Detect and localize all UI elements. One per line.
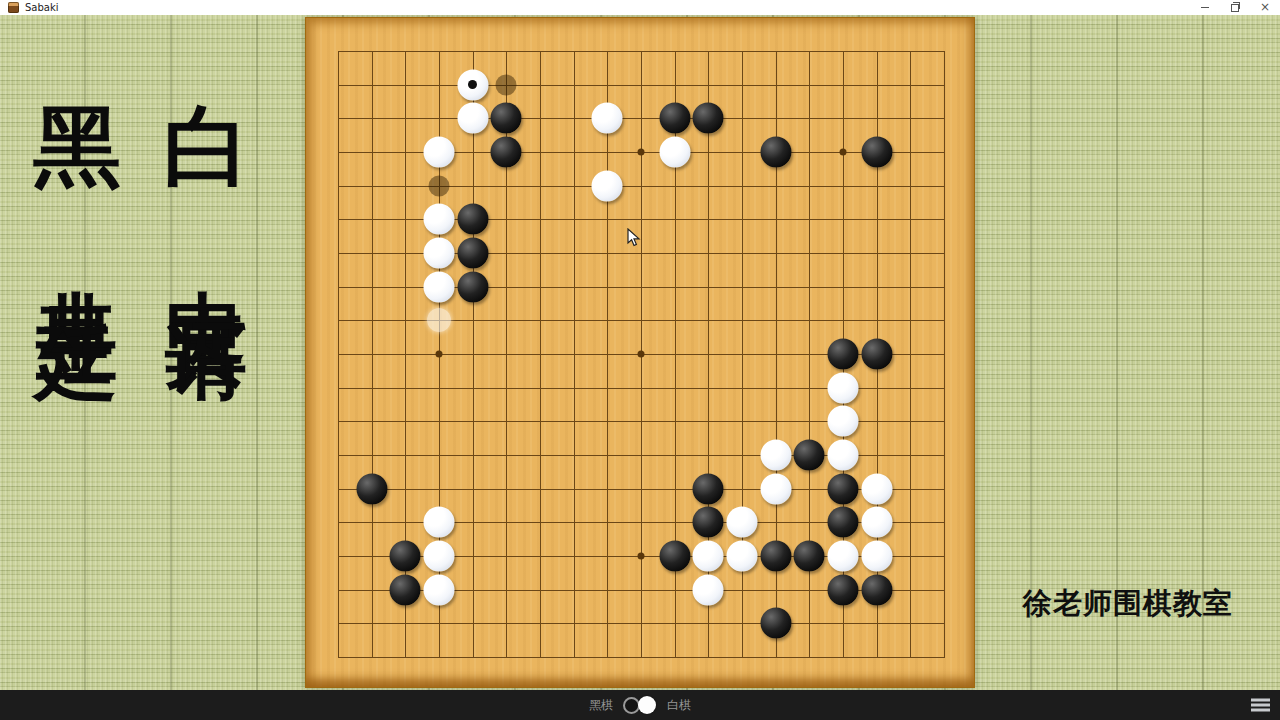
- main-area: 黑 芈昱廷 白 申真谞 徐老师围棋教室: [0, 15, 1280, 690]
- stone-black: [693, 103, 724, 134]
- stone-black: [861, 574, 892, 605]
- stone-white: [828, 541, 859, 572]
- stone-black: [828, 507, 859, 538]
- black-player-label: 黑: [29, 100, 125, 194]
- stone-white: [457, 103, 488, 134]
- stone-white: [424, 271, 455, 302]
- stone-white: [424, 204, 455, 235]
- stone-white: [828, 372, 859, 403]
- stone-black: [828, 574, 859, 605]
- stone-white: [861, 541, 892, 572]
- black-player-name: 芈昱廷: [29, 224, 125, 272]
- star-point: [638, 149, 645, 156]
- stone-white: [828, 406, 859, 437]
- star-point: [436, 351, 443, 358]
- ghost-stone-white[interactable]: [427, 308, 451, 332]
- star-point: [840, 149, 847, 156]
- title-bar: Sabaki ×: [0, 0, 1280, 15]
- close-button[interactable]: ×: [1250, 0, 1280, 15]
- ghost-stone-black[interactable]: [429, 175, 450, 196]
- menu-button[interactable]: [1251, 697, 1270, 714]
- stone-white: [592, 103, 623, 134]
- stone-white: [861, 507, 892, 538]
- stone-white: [861, 473, 892, 504]
- minimize-button[interactable]: [1190, 0, 1220, 15]
- white-toggle-label: 白棋: [667, 697, 691, 714]
- stone-white: [659, 137, 690, 168]
- stone-black: [390, 541, 421, 572]
- black-player-column: 黑 芈昱廷: [29, 100, 125, 272]
- stone-black: [491, 137, 522, 168]
- stone-black: [457, 204, 488, 235]
- stone-black: [693, 473, 724, 504]
- stone-black: [491, 103, 522, 134]
- black-toggle-label: 黑棋: [589, 697, 613, 714]
- window-title: Sabaki: [25, 0, 59, 15]
- ghost-stone-black[interactable]: [496, 74, 517, 95]
- grid-line: [944, 51, 945, 658]
- bottom-toolbar: 黑棋 白棋: [0, 690, 1280, 720]
- classroom-caption: 徐老师围棋教室: [1014, 584, 1242, 624]
- stone-white: [457, 69, 488, 100]
- minimize-icon: [1201, 7, 1209, 8]
- stone-black: [659, 541, 690, 572]
- stone-black: [457, 238, 488, 269]
- stone-black: [457, 271, 488, 302]
- stone-black: [861, 339, 892, 370]
- mouse-cursor: [627, 228, 641, 248]
- last-move-marker: [468, 80, 477, 89]
- stone-white: [424, 574, 455, 605]
- grid-line: [910, 51, 911, 658]
- stone-white: [592, 170, 623, 201]
- white-stone-icon: [638, 696, 656, 714]
- grid-line: [338, 657, 945, 658]
- stone-black: [794, 440, 825, 471]
- white-player-label: 白: [159, 100, 255, 194]
- stone-black: [861, 137, 892, 168]
- star-point: [638, 351, 645, 358]
- go-board[interactable]: [305, 17, 975, 688]
- restore-button[interactable]: [1220, 0, 1250, 15]
- stone-white: [727, 541, 758, 572]
- stone-black: [760, 541, 791, 572]
- stone-white: [760, 473, 791, 504]
- stone-white: [424, 541, 455, 572]
- stone-black: [828, 339, 859, 370]
- stone-white: [693, 541, 724, 572]
- stone-black: [356, 473, 387, 504]
- stone-white: [727, 507, 758, 538]
- stone-black: [760, 608, 791, 639]
- white-player-name: 申真谞: [159, 224, 255, 272]
- player-toggle[interactable]: [623, 696, 657, 714]
- stone-white: [828, 440, 859, 471]
- stone-black: [659, 103, 690, 134]
- stone-white: [424, 507, 455, 538]
- stone-white: [760, 440, 791, 471]
- stone-black: [390, 574, 421, 605]
- hamburger-icon: [1251, 699, 1270, 702]
- stone-black: [794, 541, 825, 572]
- grid-line: [338, 623, 945, 624]
- stone-white: [424, 238, 455, 269]
- stone-white: [424, 137, 455, 168]
- app-icon: [8, 2, 19, 13]
- star-point: [638, 553, 645, 560]
- stone-black: [828, 473, 859, 504]
- restore-icon: [1231, 4, 1239, 12]
- stone-black: [760, 137, 791, 168]
- window-controls: ×: [1190, 0, 1280, 15]
- stone-white: [693, 574, 724, 605]
- stone-black: [693, 507, 724, 538]
- white-player-column: 白 申真谞: [159, 100, 255, 272]
